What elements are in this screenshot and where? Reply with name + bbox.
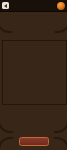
corner-ornament (0, 116, 13, 133)
hint-button[interactable] (19, 137, 49, 146)
back-button[interactable] (2, 2, 9, 9)
header-bar (0, 0, 67, 12)
corner-ornament (54, 116, 67, 133)
corner-ornament (0, 137, 13, 150)
corner-ornament (55, 16, 67, 33)
corner-ornament (0, 16, 12, 33)
corner-ornament (54, 137, 67, 150)
coin-icon[interactable] (57, 2, 65, 10)
chess-board[interactable] (2, 40, 67, 105)
back-arrow-icon (4, 4, 7, 8)
